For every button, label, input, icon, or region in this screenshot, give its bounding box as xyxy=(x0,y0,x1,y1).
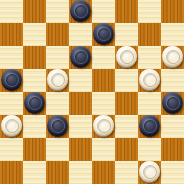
square-r3-c0[interactable]: ● xyxy=(0,69,23,92)
square-r3-c3 xyxy=(69,69,92,92)
square-r3-c6[interactable]: ● xyxy=(138,69,161,92)
white-man[interactable]: ● xyxy=(0,115,23,138)
square-r7-c0[interactable] xyxy=(0,161,23,184)
square-r6-c5[interactable] xyxy=(115,138,138,161)
square-r1-c0[interactable] xyxy=(0,23,23,46)
square-r2-c4 xyxy=(92,46,115,69)
black-man[interactable]: ● xyxy=(69,0,92,23)
square-r6-c7[interactable] xyxy=(161,138,184,161)
square-r6-c4 xyxy=(92,138,115,161)
square-r1-c4[interactable]: ● xyxy=(92,23,115,46)
white-man[interactable]: ● xyxy=(92,115,115,138)
checkers-board: ●●●●●●●●●●●●●●● xyxy=(0,0,184,184)
square-r1-c6[interactable] xyxy=(138,23,161,46)
square-r0-c2 xyxy=(46,0,69,23)
square-r2-c7[interactable]: ● xyxy=(161,46,184,69)
square-r6-c1[interactable] xyxy=(23,138,46,161)
square-r7-c2[interactable] xyxy=(46,161,69,184)
square-r7-c6[interactable]: ● xyxy=(138,161,161,184)
square-r0-c7[interactable] xyxy=(161,0,184,23)
square-r0-c6 xyxy=(138,0,161,23)
square-r0-c3[interactable]: ● xyxy=(69,0,92,23)
white-man[interactable]: ● xyxy=(115,46,138,69)
square-r2-c5[interactable]: ● xyxy=(115,46,138,69)
black-man[interactable]: ● xyxy=(0,69,23,92)
square-r4-c7[interactable]: ● xyxy=(161,92,184,115)
square-r5-c2[interactable]: ● xyxy=(46,115,69,138)
white-man[interactable]: ● xyxy=(138,69,161,92)
square-r0-c0 xyxy=(0,0,23,23)
black-man[interactable]: ● xyxy=(161,92,184,115)
square-r0-c1[interactable] xyxy=(23,0,46,23)
square-r5-c1 xyxy=(23,115,46,138)
black-man[interactable]: ● xyxy=(138,115,161,138)
black-man[interactable]: ● xyxy=(92,23,115,46)
square-r7-c1 xyxy=(23,161,46,184)
square-r7-c4[interactable] xyxy=(92,161,115,184)
black-man[interactable]: ● xyxy=(46,115,69,138)
white-man[interactable]: ● xyxy=(46,69,69,92)
square-r6-c3[interactable] xyxy=(69,138,92,161)
square-r5-c0[interactable]: ● xyxy=(0,115,23,138)
square-r6-c2 xyxy=(46,138,69,161)
square-r7-c3 xyxy=(69,161,92,184)
square-r7-c5 xyxy=(115,161,138,184)
square-r2-c3[interactable]: ● xyxy=(69,46,92,69)
square-r5-c3 xyxy=(69,115,92,138)
square-r1-c1 xyxy=(23,23,46,46)
square-r3-c5 xyxy=(115,69,138,92)
square-r3-c2[interactable]: ● xyxy=(46,69,69,92)
square-r3-c4[interactable] xyxy=(92,69,115,92)
white-man[interactable]: ● xyxy=(138,161,161,184)
square-r2-c1[interactable] xyxy=(23,46,46,69)
square-r5-c4[interactable]: ● xyxy=(92,115,115,138)
square-r0-c5[interactable] xyxy=(115,0,138,23)
square-r6-c0 xyxy=(0,138,23,161)
square-r5-c5 xyxy=(115,115,138,138)
black-man[interactable]: ● xyxy=(23,92,46,115)
black-man[interactable]: ● xyxy=(69,46,92,69)
square-r4-c5[interactable] xyxy=(115,92,138,115)
square-r5-c6[interactable]: ● xyxy=(138,115,161,138)
square-r4-c3[interactable] xyxy=(69,92,92,115)
square-r1-c2[interactable] xyxy=(46,23,69,46)
white-man[interactable]: ● xyxy=(161,46,184,69)
square-r4-c1[interactable]: ● xyxy=(23,92,46,115)
square-r5-c7 xyxy=(161,115,184,138)
square-r7-c7 xyxy=(161,161,184,184)
